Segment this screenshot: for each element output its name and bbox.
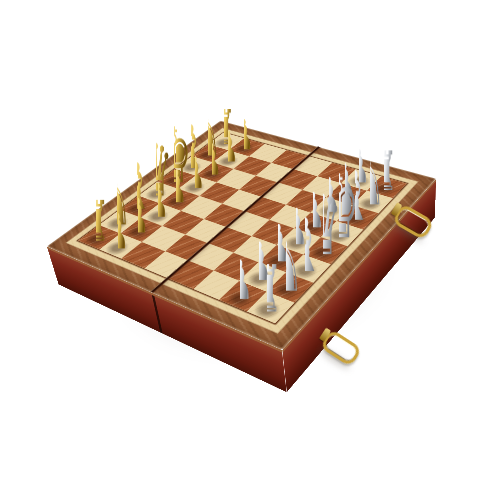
product-photo: ♜♟♟♜♞♟♟♞♝♟♟♝♚♟♟♚♛♟♟♛♝♟♟♝♞♟♟♞♜♟♟♜	[0, 0, 500, 500]
fold-seam-side	[151, 295, 162, 334]
folding-chessboard: ♜♟♟♜♞♟♟♞♝♟♟♝♚♟♟♚♛♟♟♛♝♟♟♝♞♟♟♞♜♟♟♜	[47, 121, 436, 350]
